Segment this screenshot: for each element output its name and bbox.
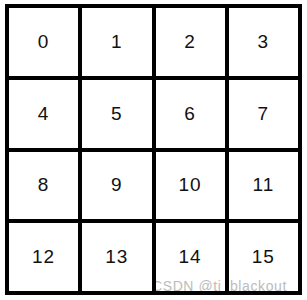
watermark: CSDN @ti_blackout: [152, 279, 287, 293]
cell-r1c0: 4: [9, 80, 78, 148]
cell-r2c3: 11: [229, 152, 298, 220]
cell-r0c0: 0: [9, 8, 78, 76]
cell-r0c3: 3: [229, 8, 298, 76]
cell-r1c1: 5: [82, 80, 151, 148]
cell-r3c1: 13: [82, 223, 151, 291]
cell-r0c1: 1: [82, 8, 151, 76]
board-grid: 0123456789101112131415: [9, 8, 298, 291]
cell-r2c0: 8: [9, 152, 78, 220]
cell-r0c2: 2: [156, 8, 225, 76]
cell-r1c3: 7: [229, 80, 298, 148]
cell-r2c2: 10: [156, 152, 225, 220]
cell-r1c2: 6: [156, 80, 225, 148]
cell-r3c0: 12: [9, 223, 78, 291]
cell-r2c1: 9: [82, 152, 151, 220]
grid-diagram: 0123456789101112131415 CSDN @ti_blackout: [0, 0, 307, 300]
